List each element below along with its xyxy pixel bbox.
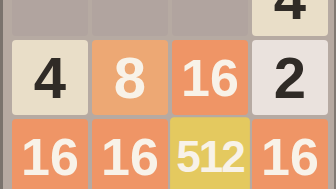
tile-4: 4	[252, 0, 328, 36]
tile-16: 16	[252, 119, 328, 189]
empty-cell	[172, 0, 248, 36]
tile-2: 2	[252, 40, 328, 115]
tile-8: 8	[92, 40, 168, 115]
tile-grid: 448162161651216	[12, 0, 328, 189]
tile-16: 16	[172, 40, 248, 115]
screen-edge-left	[0, 0, 3, 189]
tile-4: 4	[12, 40, 88, 115]
2048-board[interactable]: 448162161651216	[0, 0, 336, 189]
tile-16: 16	[12, 119, 88, 189]
tile-16: 16	[92, 119, 168, 189]
empty-cell	[12, 0, 88, 36]
tile-512: 512	[170, 117, 250, 189]
empty-cell	[92, 0, 168, 36]
